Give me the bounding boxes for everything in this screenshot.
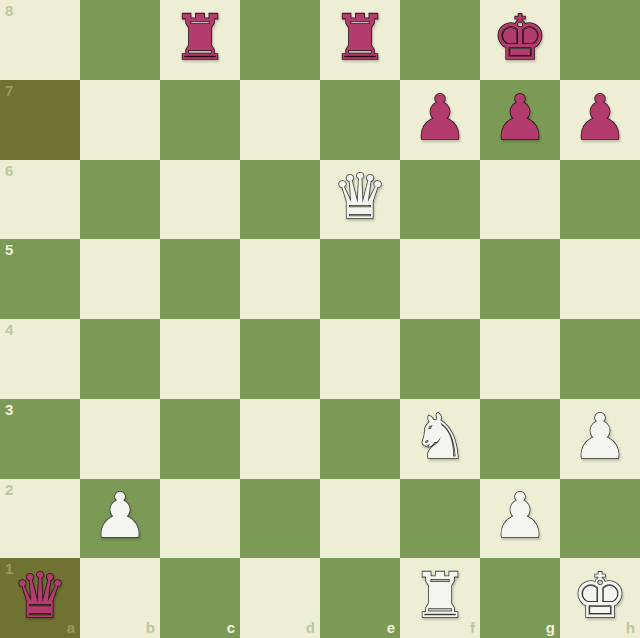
square-c6[interactable] (160, 160, 240, 240)
square-c3[interactable] (160, 399, 240, 479)
rank-label-4: 4 (5, 322, 13, 337)
black-pawn-g7[interactable]: ♟ (492, 87, 548, 149)
square-g6[interactable] (480, 160, 560, 240)
file-label-c: c (227, 620, 235, 635)
square-e8[interactable]: ♜ (320, 0, 400, 80)
square-b6[interactable] (80, 160, 160, 240)
square-e5[interactable] (320, 239, 400, 319)
rank-label-2: 2 (5, 482, 13, 497)
square-f8[interactable] (400, 0, 480, 80)
square-c8[interactable]: ♜ (160, 0, 240, 80)
white-pawn-g2[interactable]: ♟ (492, 485, 548, 547)
black-pawn-f7[interactable]: ♟ (412, 87, 468, 149)
square-g5[interactable] (480, 239, 560, 319)
black-pawn-h7[interactable]: ♟ (572, 87, 628, 149)
square-a4[interactable]: 4 (0, 319, 80, 399)
square-b7[interactable] (80, 80, 160, 160)
chess-board: 8♜♜♚7♟♟♟6♛543♞♟2♟♟1a♛bcdef♜gh♚ (0, 0, 640, 638)
square-e6[interactable]: ♛ (320, 160, 400, 240)
rank-label-5: 5 (5, 242, 13, 257)
white-pawn-b2[interactable]: ♟ (92, 485, 148, 547)
square-c1[interactable]: c (160, 558, 240, 638)
square-g3[interactable] (480, 399, 560, 479)
square-d5[interactable] (240, 239, 320, 319)
square-a6[interactable]: 6 (0, 160, 80, 240)
square-d7[interactable] (240, 80, 320, 160)
white-king-h1[interactable]: ♚ (572, 565, 628, 627)
square-d6[interactable] (240, 160, 320, 240)
square-g4[interactable] (480, 319, 560, 399)
file-label-b: b (146, 620, 155, 635)
rank-label-7: 7 (5, 83, 13, 98)
file-label-a: a (67, 620, 75, 635)
square-g7[interactable]: ♟ (480, 80, 560, 160)
square-f4[interactable] (400, 319, 480, 399)
square-f3[interactable]: ♞ (400, 399, 480, 479)
file-label-g: g (546, 620, 555, 635)
square-d3[interactable] (240, 399, 320, 479)
file-label-d: d (306, 620, 315, 635)
square-c2[interactable] (160, 479, 240, 559)
rank-label-3: 3 (5, 402, 13, 417)
square-b4[interactable] (80, 319, 160, 399)
square-h1[interactable]: h♚ (560, 558, 640, 638)
square-d1[interactable]: d (240, 558, 320, 638)
file-label-e: e (387, 620, 395, 635)
file-label-f: f (470, 620, 475, 635)
square-f5[interactable] (400, 239, 480, 319)
square-g8[interactable]: ♚ (480, 0, 560, 80)
square-c5[interactable] (160, 239, 240, 319)
square-e4[interactable] (320, 319, 400, 399)
square-g2[interactable]: ♟ (480, 479, 560, 559)
square-d8[interactable] (240, 0, 320, 80)
square-b3[interactable] (80, 399, 160, 479)
square-f7[interactable]: ♟ (400, 80, 480, 160)
square-h4[interactable] (560, 319, 640, 399)
square-a3[interactable]: 3 (0, 399, 80, 479)
square-a2[interactable]: 2 (0, 479, 80, 559)
square-e3[interactable] (320, 399, 400, 479)
square-e1[interactable]: e (320, 558, 400, 638)
square-a7[interactable]: 7 (0, 80, 80, 160)
white-queen-e6[interactable]: ♛ (332, 166, 388, 228)
square-d2[interactable] (240, 479, 320, 559)
square-f2[interactable] (400, 479, 480, 559)
square-h5[interactable] (560, 239, 640, 319)
rank-label-8: 8 (5, 3, 13, 18)
rank-label-6: 6 (5, 163, 13, 178)
square-e7[interactable] (320, 80, 400, 160)
white-pawn-h3[interactable]: ♟ (572, 406, 628, 468)
square-h3[interactable]: ♟ (560, 399, 640, 479)
square-d4[interactable] (240, 319, 320, 399)
square-a5[interactable]: 5 (0, 239, 80, 319)
black-queen-a1[interactable]: ♛ (12, 565, 68, 627)
square-b8[interactable] (80, 0, 160, 80)
square-b1[interactable]: b (80, 558, 160, 638)
square-h7[interactable]: ♟ (560, 80, 640, 160)
square-a1[interactable]: 1a♛ (0, 558, 80, 638)
square-h6[interactable] (560, 160, 640, 240)
black-rook-c8[interactable]: ♜ (172, 7, 228, 69)
square-h8[interactable] (560, 0, 640, 80)
square-c7[interactable] (160, 80, 240, 160)
square-b5[interactable] (80, 239, 160, 319)
square-h2[interactable] (560, 479, 640, 559)
white-rook-f1[interactable]: ♜ (412, 565, 468, 627)
square-f6[interactable] (400, 160, 480, 240)
white-knight-f3[interactable]: ♞ (412, 406, 468, 468)
square-e2[interactable] (320, 479, 400, 559)
square-b2[interactable]: ♟ (80, 479, 160, 559)
square-g1[interactable]: g (480, 558, 560, 638)
square-f1[interactable]: f♜ (400, 558, 480, 638)
square-c4[interactable] (160, 319, 240, 399)
square-a8[interactable]: 8 (0, 0, 80, 80)
black-king-g8[interactable]: ♚ (492, 7, 548, 69)
black-rook-e8[interactable]: ♜ (332, 7, 388, 69)
